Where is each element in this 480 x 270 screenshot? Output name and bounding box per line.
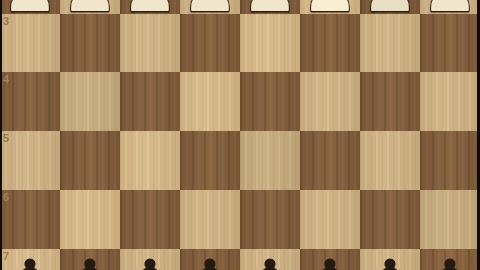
black-pawn[interactable]: ♟ bbox=[362, 252, 418, 270]
square-e7[interactable]: ♟ bbox=[180, 249, 240, 270]
square-f5[interactable] bbox=[120, 131, 180, 190]
square-a4[interactable] bbox=[420, 72, 480, 131]
black-pawn[interactable]: ♟ bbox=[182, 252, 238, 270]
square-g5[interactable] bbox=[60, 131, 120, 190]
square-d6[interactable] bbox=[240, 190, 300, 249]
square-e5[interactable] bbox=[180, 131, 240, 190]
square-g2[interactable]: ♟ bbox=[60, 0, 120, 14]
square-d2[interactable]: ♟ bbox=[240, 0, 300, 14]
left-letterbox-bar bbox=[0, 0, 2, 270]
square-a7[interactable]: ♟ bbox=[420, 249, 480, 270]
black-pawn[interactable]: ♟ bbox=[122, 252, 178, 270]
square-c4[interactable] bbox=[300, 72, 360, 131]
square-b3[interactable] bbox=[360, 14, 420, 73]
square-b7[interactable]: ♟ bbox=[360, 249, 420, 270]
square-a5[interactable] bbox=[420, 131, 480, 190]
square-f7[interactable]: ♟ bbox=[120, 249, 180, 270]
white-pawn[interactable]: ♟ bbox=[122, 0, 178, 21]
chess-board: ♜♞♝♚♛♝♞♜♟♟♟♟♟♟♟♟34567♟♟♟♟♟♟♟♟♜♞♝♚♛♝♞♜ bbox=[0, 0, 480, 270]
black-pawn[interactable]: ♟ bbox=[62, 252, 118, 270]
square-f2[interactable]: ♟ bbox=[120, 0, 180, 14]
square-a2[interactable]: ♟ bbox=[420, 0, 480, 14]
black-pawn[interactable]: ♟ bbox=[422, 252, 478, 270]
square-h6[interactable]: 6 bbox=[0, 190, 60, 249]
square-c2[interactable]: ♟ bbox=[300, 0, 360, 14]
square-h4[interactable]: 4 bbox=[0, 72, 60, 131]
square-d4[interactable] bbox=[240, 72, 300, 131]
square-b6[interactable] bbox=[360, 190, 420, 249]
square-b4[interactable] bbox=[360, 72, 420, 131]
square-e4[interactable] bbox=[180, 72, 240, 131]
square-d7[interactable]: ♟ bbox=[240, 249, 300, 270]
square-g4[interactable] bbox=[60, 72, 120, 131]
square-a6[interactable] bbox=[420, 190, 480, 249]
white-pawn[interactable]: ♟ bbox=[242, 0, 298, 21]
square-g7[interactable]: ♟ bbox=[60, 249, 120, 270]
rank-label-6: 6 bbox=[3, 191, 9, 203]
white-pawn[interactable]: ♟ bbox=[62, 0, 118, 21]
black-pawn[interactable]: ♟ bbox=[242, 252, 298, 270]
square-h7[interactable]: 7♟ bbox=[0, 249, 60, 270]
square-h2[interactable]: ♟ bbox=[0, 0, 60, 14]
rank-label-7: 7 bbox=[3, 250, 9, 262]
square-b5[interactable] bbox=[360, 131, 420, 190]
square-c3[interactable] bbox=[300, 14, 360, 73]
black-pawn[interactable]: ♟ bbox=[302, 252, 358, 270]
square-f6[interactable] bbox=[120, 190, 180, 249]
square-g6[interactable] bbox=[60, 190, 120, 249]
rank-label-4: 4 bbox=[3, 73, 9, 85]
square-f4[interactable] bbox=[120, 72, 180, 131]
square-c7[interactable]: ♟ bbox=[300, 249, 360, 270]
white-pawn[interactable]: ♟ bbox=[422, 0, 478, 21]
black-pawn[interactable]: ♟ bbox=[2, 252, 58, 270]
chess-app-screen: ♜♞♝♚♛♝♞♜♟♟♟♟♟♟♟♟34567♟♟♟♟♟♟♟♟♜♞♝♚♛♝♞♜ bbox=[0, 0, 480, 270]
square-b2[interactable]: ♟ bbox=[360, 0, 420, 14]
square-d5[interactable] bbox=[240, 131, 300, 190]
rank-label-3: 3 bbox=[3, 15, 9, 27]
rank-label-5: 5 bbox=[3, 132, 9, 144]
square-c6[interactable] bbox=[300, 190, 360, 249]
white-pawn[interactable]: ♟ bbox=[182, 0, 238, 21]
square-h5[interactable]: 5 bbox=[0, 131, 60, 190]
white-pawn[interactable]: ♟ bbox=[2, 0, 58, 21]
square-c5[interactable] bbox=[300, 131, 360, 190]
square-e2[interactable]: ♟ bbox=[180, 0, 240, 14]
square-e6[interactable] bbox=[180, 190, 240, 249]
